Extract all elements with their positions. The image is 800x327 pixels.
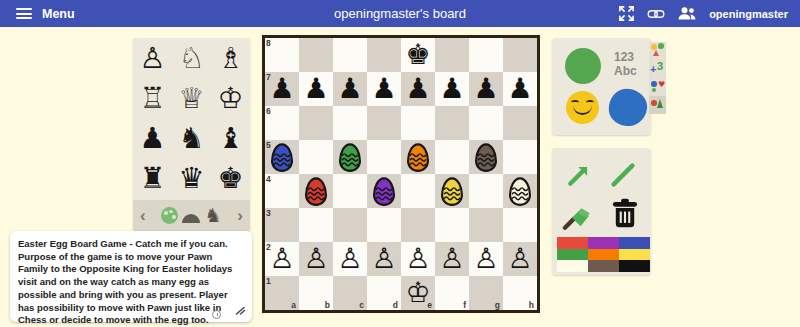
palette-piece-black-knight[interactable]: ♞: [172, 118, 211, 158]
square-a4[interactable]: 4: [265, 174, 299, 208]
square-d7[interactable]: ♟: [367, 72, 401, 106]
square-a8[interactable]: 8: [265, 38, 299, 72]
piece-white-pawn[interactable]: ♙: [337, 245, 362, 273]
easter-egg-red[interactable]: [304, 177, 328, 206]
square-h2[interactable]: ♙: [503, 242, 537, 276]
square-g5[interactable]: [469, 140, 503, 174]
file-label-d: d: [393, 300, 398, 310]
square-f1[interactable]: f: [435, 276, 469, 310]
piece-black-pawn[interactable]: ♟: [405, 75, 430, 103]
square-d8[interactable]: [367, 38, 401, 72]
color-palette-grid: [557, 237, 650, 272]
trash-tool-icon[interactable]: [608, 196, 642, 234]
rank-label-8: 8: [266, 38, 271, 48]
palette-footer: ‹ ♞ ›: [133, 200, 250, 231]
square-b4[interactable]: [299, 174, 333, 208]
easter-egg-cream[interactable]: [508, 177, 532, 206]
easter-egg-brown[interactable]: [474, 143, 498, 172]
easter-egg-purple[interactable]: [372, 177, 396, 206]
square-g2[interactable]: ♙: [469, 242, 503, 276]
green-circle-sticker[interactable]: [565, 48, 601, 84]
color-swatch-0-2[interactable]: [619, 237, 650, 249]
square-g7[interactable]: ♟: [469, 72, 503, 106]
square-a3[interactable]: 3: [265, 208, 299, 242]
sticker-pack-santa-tree[interactable]: [649, 96, 666, 114]
square-h4[interactable]: [503, 174, 537, 208]
description-text: Easter Egg Board Game - Catch me if you …: [18, 238, 244, 327]
easter-egg-green[interactable]: [338, 143, 362, 172]
file-label-g: g: [495, 300, 500, 310]
square-e4[interactable]: [401, 174, 435, 208]
square-c5[interactable]: [333, 140, 367, 174]
file-label-a: a: [291, 300, 296, 310]
openingmaster-board-app: Menu openingmaster's board opening: [0, 0, 800, 327]
file-label-c: c: [359, 300, 364, 310]
file-label-h: h: [529, 300, 534, 310]
square-e2[interactable]: ♙: [401, 242, 435, 276]
clock-icon[interactable]: [212, 310, 221, 319]
square-a6[interactable]: 6: [265, 106, 299, 140]
square-d1[interactable]: d: [367, 276, 401, 310]
color-swatch-2-1[interactable]: [588, 260, 619, 272]
piece-black-pawn[interactable]: ♟: [507, 75, 532, 103]
square-e5[interactable]: [401, 140, 435, 174]
square-g1[interactable]: g: [469, 276, 503, 310]
sticker-panel: 123 Abc: [552, 38, 651, 135]
palette-piece-white-queen[interactable]: ♕: [172, 78, 211, 118]
piece-white-pawn[interactable]: ♙: [405, 245, 430, 273]
piece-white-pawn[interactable]: ♙: [473, 245, 498, 273]
file-label-f: f: [463, 300, 466, 310]
square-f3[interactable]: [435, 208, 469, 242]
square-b5[interactable]: [299, 140, 333, 174]
draw-tools-panel: [552, 148, 651, 275]
square-b3[interactable]: [299, 208, 333, 242]
palette-piece-black-pawn[interactable]: ♟: [133, 118, 172, 158]
easter-egg-orange[interactable]: [406, 143, 430, 172]
square-c8[interactable]: [333, 38, 367, 72]
chevron-left-icon[interactable]: ‹: [140, 207, 146, 224]
easter-egg-blue[interactable]: [270, 143, 294, 172]
piece-white-pawn[interactable]: ♙: [303, 245, 328, 273]
square-f8[interactable]: [435, 38, 469, 72]
palette-piece-black-queen[interactable]: ♛: [172, 158, 211, 198]
users-icon[interactable]: [677, 6, 697, 21]
square-f4[interactable]: [435, 174, 469, 208]
color-swatch-1-2[interactable]: [619, 249, 650, 261]
piece-white-pawn[interactable]: ♙: [507, 245, 532, 273]
color-swatch-1-1[interactable]: [588, 249, 619, 261]
piece-white-pawn[interactable]: ♙: [371, 245, 396, 273]
palette-piece-white-knight[interactable]: ♘: [172, 38, 211, 78]
piece-black-pawn[interactable]: ♟: [337, 75, 362, 103]
square-b2[interactable]: ♙: [299, 242, 333, 276]
square-c2[interactable]: ♙: [333, 242, 367, 276]
chess-board: 8♚7♟♟♟♟♟♟♟♟65 4 32♙♙♙♙♙♙♙♙1abcde♔fgh: [262, 35, 540, 313]
square-c4[interactable]: [333, 174, 367, 208]
square-h3[interactable]: [503, 208, 537, 242]
link-icon[interactable]: [647, 8, 665, 20]
square-f2[interactable]: ♙: [435, 242, 469, 276]
piece-black-king[interactable]: ♚: [405, 41, 430, 69]
color-swatch-2-0[interactable]: [557, 260, 588, 272]
username-label[interactable]: openingmaster: [709, 8, 788, 20]
square-g3[interactable]: [469, 208, 503, 242]
square-f7[interactable]: ♟: [435, 72, 469, 106]
knight-icon[interactable]: ♞: [204, 206, 221, 225]
palette-piece-white-pawn[interactable]: ♙: [133, 38, 172, 78]
square-g4[interactable]: [469, 174, 503, 208]
square-b7[interactable]: ♟: [299, 72, 333, 106]
square-e7[interactable]: ♟: [401, 72, 435, 106]
palette-piece-black-rook[interactable]: ♜: [133, 158, 172, 198]
square-h7[interactable]: ♟: [503, 72, 537, 106]
sticker-pack-shapes[interactable]: [649, 42, 666, 60]
palette-piece-white-rook[interactable]: ♖: [133, 78, 172, 118]
palette-piece-black-bishop[interactable]: ♝: [211, 118, 250, 158]
square-f6[interactable]: [435, 106, 469, 140]
sticker-pack-hearts[interactable]: ♥: [649, 78, 666, 96]
brush-tool-icon[interactable]: [560, 198, 594, 236]
line-tool-icon[interactable]: [608, 160, 638, 194]
file-label-e: e: [427, 300, 432, 310]
chevron-right-icon[interactable]: ›: [237, 207, 243, 224]
palette-piece-white-bishop[interactable]: ♗: [211, 38, 250, 78]
piece-white-pawn[interactable]: ♙: [269, 245, 294, 273]
piece-palette: ♙♘♗♖♕♔♟♞♝♜♛♚ ‹ ♞ ›: [133, 38, 250, 231]
piece-black-pawn[interactable]: ♟: [269, 75, 294, 103]
rank-label-3: 3: [266, 208, 271, 218]
color-swatch-2-2[interactable]: [619, 260, 650, 272]
square-a1[interactable]: 1a: [265, 276, 299, 310]
square-c1[interactable]: c: [333, 276, 367, 310]
rank-label-5: 5: [266, 140, 271, 150]
palette-piece-black-king[interactable]: ♚: [211, 158, 250, 198]
sticker-pack-plus-three[interactable]: + 3: [649, 60, 666, 78]
palette-piece-white-king[interactable]: ♔: [211, 78, 250, 118]
square-a5[interactable]: 5: [265, 140, 299, 174]
square-h5[interactable]: [503, 140, 537, 174]
rank-label-1: 1: [266, 276, 271, 286]
square-h8[interactable]: [503, 38, 537, 72]
square-b6[interactable]: [299, 106, 333, 140]
piece-palette-grid: ♙♘♗♖♕♔♟♞♝♜♛♚: [133, 38, 250, 198]
rank-label-4: 4: [266, 174, 271, 184]
square-e3[interactable]: [401, 208, 435, 242]
square-c6[interactable]: [333, 106, 367, 140]
rank-label-2: 2: [266, 242, 271, 252]
piece-black-pawn[interactable]: ♟: [439, 75, 464, 103]
description-box[interactable]: Easter Egg Board Game - Catch me if you …: [10, 231, 252, 322]
arc-icon[interactable]: [182, 214, 200, 223]
square-d3[interactable]: [367, 208, 401, 242]
blue-blob-sticker[interactable]: [607, 87, 650, 129]
square-a7[interactable]: 7♟: [265, 72, 299, 106]
text-sticker-label[interactable]: 123 Abc: [614, 50, 637, 78]
color-swatch-0-1[interactable]: [588, 237, 619, 249]
color-swatch-0-0[interactable]: [557, 237, 588, 249]
resize-handle-icon[interactable]: [235, 301, 246, 319]
square-h6[interactable]: [503, 106, 537, 140]
top-bar: Menu openingmaster's board opening: [0, 0, 800, 27]
square-d4[interactable]: [367, 174, 401, 208]
square-b1[interactable]: b: [299, 276, 333, 310]
square-a2[interactable]: 2♙: [265, 242, 299, 276]
file-label-b: b: [325, 300, 330, 310]
square-e6[interactable]: [401, 106, 435, 140]
color-swatch-1-0[interactable]: [557, 249, 588, 261]
smiley-sticker[interactable]: [566, 91, 599, 124]
easter-egg-yellow[interactable]: [440, 177, 464, 206]
sticker-pack-strip: + 3 ♥: [649, 42, 666, 114]
arrow-tool-icon[interactable]: [564, 160, 594, 194]
square-c7[interactable]: ♟: [333, 72, 367, 106]
piece-black-pawn[interactable]: ♟: [303, 75, 328, 103]
square-g8[interactable]: [469, 38, 503, 72]
rank-label-6: 6: [266, 106, 271, 116]
square-e8[interactable]: ♚: [401, 38, 435, 72]
piece-white-pawn[interactable]: ♙: [439, 245, 464, 273]
square-g6[interactable]: [469, 106, 503, 140]
square-h1[interactable]: h: [503, 276, 537, 310]
square-e1[interactable]: e♔: [401, 276, 435, 310]
paint-palette-icon[interactable]: [161, 207, 178, 224]
rank-label-7: 7: [266, 72, 271, 82]
fullscreen-icon[interactable]: [618, 5, 635, 22]
square-c3[interactable]: [333, 208, 367, 242]
piece-black-pawn[interactable]: ♟: [371, 75, 396, 103]
square-b8[interactable]: [299, 38, 333, 72]
square-f5[interactable]: [435, 140, 469, 174]
square-d2[interactable]: ♙: [367, 242, 401, 276]
square-d5[interactable]: [367, 140, 401, 174]
square-d6[interactable]: [367, 106, 401, 140]
piece-black-pawn[interactable]: ♟: [473, 75, 498, 103]
